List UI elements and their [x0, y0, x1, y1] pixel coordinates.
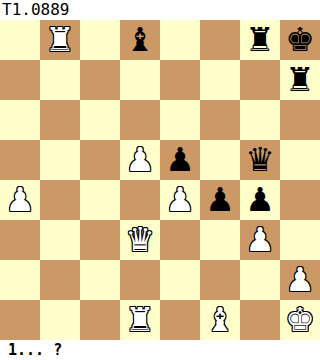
square-f2[interactable]: [200, 260, 240, 300]
chess-board: ♜♝♜♚♜♟♟♛♟♟♟♟♛♟♟♜♝♚: [0, 20, 320, 340]
square-b4[interactable]: [40, 180, 80, 220]
square-g8[interactable]: ♜: [240, 20, 280, 60]
square-d3[interactable]: ♛: [120, 220, 160, 260]
black-queen-icon: ♛: [245, 140, 275, 180]
white-pawn-icon: ♟: [245, 220, 275, 260]
square-c1[interactable]: [80, 300, 120, 340]
black-pawn-icon: ♟: [245, 180, 275, 220]
square-c3[interactable]: [80, 220, 120, 260]
square-b3[interactable]: [40, 220, 80, 260]
square-b8[interactable]: ♜: [40, 20, 80, 60]
black-rook-icon: ♜: [285, 60, 315, 100]
puzzle-title: T1.0889: [0, 0, 320, 20]
square-b6[interactable]: [40, 100, 80, 140]
square-f3[interactable]: [200, 220, 240, 260]
square-d8[interactable]: ♝: [120, 20, 160, 60]
square-a1[interactable]: [0, 300, 40, 340]
white-pawn-icon: ♟: [165, 180, 195, 220]
square-g3[interactable]: ♟: [240, 220, 280, 260]
square-c6[interactable]: [80, 100, 120, 140]
square-c4[interactable]: [80, 180, 120, 220]
square-h1[interactable]: ♚: [280, 300, 320, 340]
square-e3[interactable]: [160, 220, 200, 260]
square-a6[interactable]: [0, 100, 40, 140]
square-c2[interactable]: [80, 260, 120, 300]
square-f8[interactable]: [200, 20, 240, 60]
square-c5[interactable]: [80, 140, 120, 180]
white-pawn-icon: ♟: [285, 260, 315, 300]
white-rook-icon: ♜: [125, 300, 155, 340]
square-g4[interactable]: ♟: [240, 180, 280, 220]
square-b5[interactable]: [40, 140, 80, 180]
square-a3[interactable]: [0, 220, 40, 260]
square-e1[interactable]: [160, 300, 200, 340]
square-d7[interactable]: [120, 60, 160, 100]
square-h3[interactable]: [280, 220, 320, 260]
black-rook-icon: ♜: [245, 20, 275, 60]
square-f4[interactable]: ♟: [200, 180, 240, 220]
move-prompt: 1... ?: [0, 340, 320, 360]
square-g6[interactable]: [240, 100, 280, 140]
square-h2[interactable]: ♟: [280, 260, 320, 300]
square-a7[interactable]: [0, 60, 40, 100]
square-g2[interactable]: [240, 260, 280, 300]
white-pawn-icon: ♟: [5, 180, 35, 220]
black-pawn-icon: ♟: [205, 180, 235, 220]
square-e6[interactable]: [160, 100, 200, 140]
square-d4[interactable]: [120, 180, 160, 220]
square-h7[interactable]: ♜: [280, 60, 320, 100]
white-bishop-icon: ♝: [205, 300, 235, 340]
square-g1[interactable]: [240, 300, 280, 340]
square-e4[interactable]: ♟: [160, 180, 200, 220]
square-a8[interactable]: [0, 20, 40, 60]
chess-puzzle-page: T1.0889 ♜♝♜♚♜♟♟♛♟♟♟♟♛♟♟♜♝♚ 1... ?: [0, 0, 320, 360]
square-g5[interactable]: ♛: [240, 140, 280, 180]
square-b1[interactable]: [40, 300, 80, 340]
square-d5[interactable]: ♟: [120, 140, 160, 180]
white-pawn-icon: ♟: [125, 140, 155, 180]
square-d2[interactable]: [120, 260, 160, 300]
square-d1[interactable]: ♜: [120, 300, 160, 340]
square-e7[interactable]: [160, 60, 200, 100]
square-h8[interactable]: ♚: [280, 20, 320, 60]
square-a5[interactable]: [0, 140, 40, 180]
square-h5[interactable]: [280, 140, 320, 180]
square-c8[interactable]: [80, 20, 120, 60]
square-b2[interactable]: [40, 260, 80, 300]
black-pawn-icon: ♟: [165, 140, 195, 180]
square-h6[interactable]: [280, 100, 320, 140]
square-c7[interactable]: [80, 60, 120, 100]
white-king-icon: ♚: [285, 300, 315, 340]
square-e2[interactable]: [160, 260, 200, 300]
square-f7[interactable]: [200, 60, 240, 100]
square-f6[interactable]: [200, 100, 240, 140]
square-a4[interactable]: ♟: [0, 180, 40, 220]
square-e5[interactable]: ♟: [160, 140, 200, 180]
square-e8[interactable]: [160, 20, 200, 60]
square-b7[interactable]: [40, 60, 80, 100]
square-f1[interactable]: ♝: [200, 300, 240, 340]
black-king-icon: ♚: [285, 20, 315, 60]
square-f5[interactable]: [200, 140, 240, 180]
white-rook-icon: ♜: [45, 20, 75, 60]
square-a2[interactable]: [0, 260, 40, 300]
square-g7[interactable]: [240, 60, 280, 100]
square-h4[interactable]: [280, 180, 320, 220]
square-d6[interactable]: [120, 100, 160, 140]
white-queen-icon: ♛: [125, 220, 155, 260]
black-bishop-icon: ♝: [125, 20, 155, 60]
